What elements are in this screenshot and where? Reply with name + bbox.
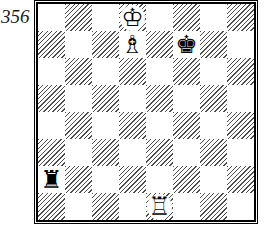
black-king-piece[interactable]: ♚ [174, 32, 199, 58]
square-d5[interactable] [119, 85, 146, 112]
square-f6[interactable] [173, 58, 200, 85]
chess-board: ♔♗♚♜♖ [38, 4, 254, 220]
square-g8[interactable] [200, 4, 227, 31]
square-b7[interactable] [65, 31, 92, 58]
square-a5[interactable] [38, 85, 65, 112]
square-f3[interactable] [173, 139, 200, 166]
square-b1[interactable] [65, 193, 92, 220]
square-g5[interactable] [200, 85, 227, 112]
chess-board-inner-frame: ♔♗♚♜♖ [36, 2, 256, 222]
white-rook-piece[interactable]: ♖ [147, 194, 172, 220]
square-f8[interactable] [173, 4, 200, 31]
square-c4[interactable] [92, 112, 119, 139]
white-bishop-piece[interactable]: ♗ [120, 32, 145, 58]
square-g3[interactable] [200, 139, 227, 166]
square-g2[interactable] [200, 166, 227, 193]
diagram-number: 356 [1, 6, 30, 28]
square-h8[interactable] [227, 4, 254, 31]
square-e6[interactable] [146, 58, 173, 85]
square-f5[interactable] [173, 85, 200, 112]
square-c3[interactable] [92, 139, 119, 166]
square-d6[interactable] [119, 58, 146, 85]
square-e4[interactable] [146, 112, 173, 139]
square-g4[interactable] [200, 112, 227, 139]
square-d3[interactable] [119, 139, 146, 166]
square-a6[interactable] [38, 58, 65, 85]
square-d2[interactable] [119, 166, 146, 193]
square-b8[interactable] [65, 4, 92, 31]
square-g7[interactable] [200, 31, 227, 58]
square-e7[interactable] [146, 31, 173, 58]
chess-board-frame: ♔♗♚♜♖ [34, 0, 258, 224]
square-e3[interactable] [146, 139, 173, 166]
square-h6[interactable] [227, 58, 254, 85]
square-g6[interactable] [200, 58, 227, 85]
square-h3[interactable] [227, 139, 254, 166]
square-d1[interactable] [119, 193, 146, 220]
square-f1[interactable] [173, 193, 200, 220]
square-b6[interactable] [65, 58, 92, 85]
square-b3[interactable] [65, 139, 92, 166]
square-c2[interactable] [92, 166, 119, 193]
square-f7[interactable]: ♚ [173, 31, 200, 58]
square-a3[interactable] [38, 139, 65, 166]
square-a7[interactable] [38, 31, 65, 58]
square-d4[interactable] [119, 112, 146, 139]
square-h2[interactable] [227, 166, 254, 193]
square-b2[interactable] [65, 166, 92, 193]
square-c5[interactable] [92, 85, 119, 112]
square-d8[interactable]: ♔ [119, 4, 146, 31]
square-b5[interactable] [65, 85, 92, 112]
black-rook-piece[interactable]: ♜ [39, 167, 64, 193]
square-b4[interactable] [65, 112, 92, 139]
square-a4[interactable] [38, 112, 65, 139]
square-c1[interactable] [92, 193, 119, 220]
square-c6[interactable] [92, 58, 119, 85]
square-f2[interactable] [173, 166, 200, 193]
square-d7[interactable]: ♗ [119, 31, 146, 58]
square-f4[interactable] [173, 112, 200, 139]
square-e2[interactable] [146, 166, 173, 193]
square-h7[interactable] [227, 31, 254, 58]
square-c8[interactable] [92, 4, 119, 31]
square-e1[interactable]: ♖ [146, 193, 173, 220]
square-h4[interactable] [227, 112, 254, 139]
square-a1[interactable] [38, 193, 65, 220]
square-a8[interactable] [38, 4, 65, 31]
square-e8[interactable] [146, 4, 173, 31]
square-h5[interactable] [227, 85, 254, 112]
square-e5[interactable] [146, 85, 173, 112]
square-a2[interactable]: ♜ [38, 166, 65, 193]
square-g1[interactable] [200, 193, 227, 220]
white-king-piece[interactable]: ♔ [120, 5, 145, 31]
square-h1[interactable] [227, 193, 254, 220]
square-c7[interactable] [92, 31, 119, 58]
